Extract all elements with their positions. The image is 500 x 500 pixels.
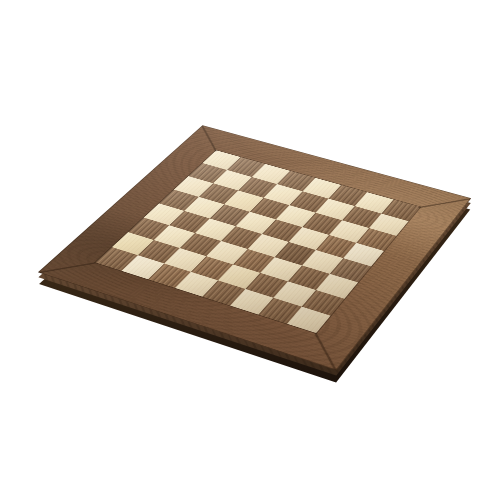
board-top-face (38, 125, 471, 370)
product-photo-background (0, 0, 500, 500)
playing-field (95, 150, 420, 333)
frame-miter-seam-left (38, 262, 97, 273)
frame-miter-seam-top (201, 125, 217, 151)
frame-miter-seam-right (418, 198, 471, 208)
